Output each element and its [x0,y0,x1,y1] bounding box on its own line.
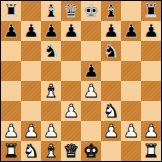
white-bishop: ♝ [43,141,59,161]
square-e1[interactable]: ♚ [81,141,101,161]
white-knight: ♞ [103,101,119,121]
square-d3[interactable]: ♟ [61,101,81,121]
square-a2[interactable]: ♟ [1,121,21,141]
square-h1[interactable]: ♜ [141,141,161,161]
square-b8[interactable] [21,1,41,21]
black-rook: ♜ [3,1,19,21]
square-d5[interactable] [61,61,81,81]
black-pawn: ♟ [123,21,139,41]
white-pawn: ♟ [63,101,79,121]
square-d7[interactable]: ♟ [61,21,81,41]
square-e3[interactable] [81,101,101,121]
square-h7[interactable]: ♟ [141,21,161,41]
square-d1[interactable]: ♛ [61,141,81,161]
square-b5[interactable] [21,61,41,81]
square-h8[interactable]: ♜ [141,1,161,21]
square-h2[interactable]: ♟ [141,121,161,141]
black-pawn: ♟ [63,21,79,41]
square-a3[interactable] [1,101,21,121]
square-c1[interactable]: ♝ [41,141,61,161]
white-rook: ♜ [143,141,159,161]
square-g8[interactable] [121,1,141,21]
square-a5[interactable] [1,61,21,81]
square-a4[interactable] [1,81,21,101]
square-h5[interactable] [141,61,161,81]
black-queen: ♛ [63,1,79,21]
square-b6[interactable] [21,41,41,61]
white-pawn: ♟ [103,121,119,141]
square-b7[interactable]: ♟ [21,21,41,41]
square-h3[interactable] [141,101,161,121]
black-rook: ♜ [143,1,159,21]
square-d4[interactable] [61,81,81,101]
square-c4[interactable]: ♝ [41,81,61,101]
black-pawn: ♟ [3,21,19,41]
black-knight: ♞ [103,41,119,61]
white-pawn: ♟ [3,121,19,141]
square-g4[interactable] [121,81,141,101]
square-e2[interactable] [81,121,101,141]
black-knight: ♞ [43,41,59,61]
chess-board: ♜♝♛♚♝♜♟♟♟♟♟♟♟♞♞♟♝♟♟♞♟♟♟♟♟♟♜♞♝♛♚♜ [1,1,161,161]
square-f4[interactable] [101,81,121,101]
square-c2[interactable]: ♟ [41,121,61,141]
square-d6[interactable] [61,41,81,61]
square-e6[interactable] [81,41,101,61]
square-b2[interactable]: ♟ [21,121,41,141]
square-c3[interactable] [41,101,61,121]
square-g6[interactable] [121,41,141,61]
square-c8[interactable]: ♝ [41,1,61,21]
square-a7[interactable]: ♟ [1,21,21,41]
square-g2[interactable]: ♟ [121,121,141,141]
square-g7[interactable]: ♟ [121,21,141,41]
white-pawn: ♟ [23,121,39,141]
square-f8[interactable]: ♝ [101,1,121,21]
white-pawn: ♟ [83,81,99,101]
square-f7[interactable]: ♟ [101,21,121,41]
square-e5[interactable]: ♟ [81,61,101,81]
square-g3[interactable] [121,101,141,121]
square-a8[interactable]: ♜ [1,1,21,21]
square-c7[interactable]: ♟ [41,21,61,41]
white-pawn: ♟ [143,121,159,141]
black-king: ♚ [83,1,99,21]
square-e7[interactable] [81,21,101,41]
white-pawn: ♟ [43,121,59,141]
black-pawn: ♟ [83,61,99,81]
square-e4[interactable]: ♟ [81,81,101,101]
black-pawn: ♟ [103,21,119,41]
square-h4[interactable] [141,81,161,101]
square-a1[interactable]: ♜ [1,141,21,161]
square-f2[interactable]: ♟ [101,121,121,141]
square-g1[interactable] [121,141,141,161]
black-pawn: ♟ [23,21,39,41]
square-b4[interactable] [21,81,41,101]
white-bishop: ♝ [43,81,59,101]
white-rook: ♜ [3,141,19,161]
square-f5[interactable] [101,61,121,81]
black-pawn: ♟ [143,21,159,41]
square-d2[interactable] [61,121,81,141]
square-g5[interactable] [121,61,141,81]
square-c5[interactable] [41,61,61,81]
black-bishop: ♝ [103,1,119,21]
square-f3[interactable]: ♞ [101,101,121,121]
square-f6[interactable]: ♞ [101,41,121,61]
square-c6[interactable]: ♞ [41,41,61,61]
square-f1[interactable] [101,141,121,161]
square-a6[interactable] [1,41,21,61]
white-queen: ♛ [63,141,79,161]
black-bishop: ♝ [43,1,59,21]
square-h6[interactable] [141,41,161,61]
chess-board-frame: ♜♝♛♚♝♜♟♟♟♟♟♟♟♞♞♟♝♟♟♞♟♟♟♟♟♟♜♞♝♛♚♜ [0,0,162,162]
square-b1[interactable]: ♞ [21,141,41,161]
square-e8[interactable]: ♚ [81,1,101,21]
square-d8[interactable]: ♛ [61,1,81,21]
white-pawn: ♟ [123,121,139,141]
white-king: ♚ [83,141,99,161]
white-knight: ♞ [23,141,39,161]
black-pawn: ♟ [43,21,59,41]
square-b3[interactable] [21,101,41,121]
